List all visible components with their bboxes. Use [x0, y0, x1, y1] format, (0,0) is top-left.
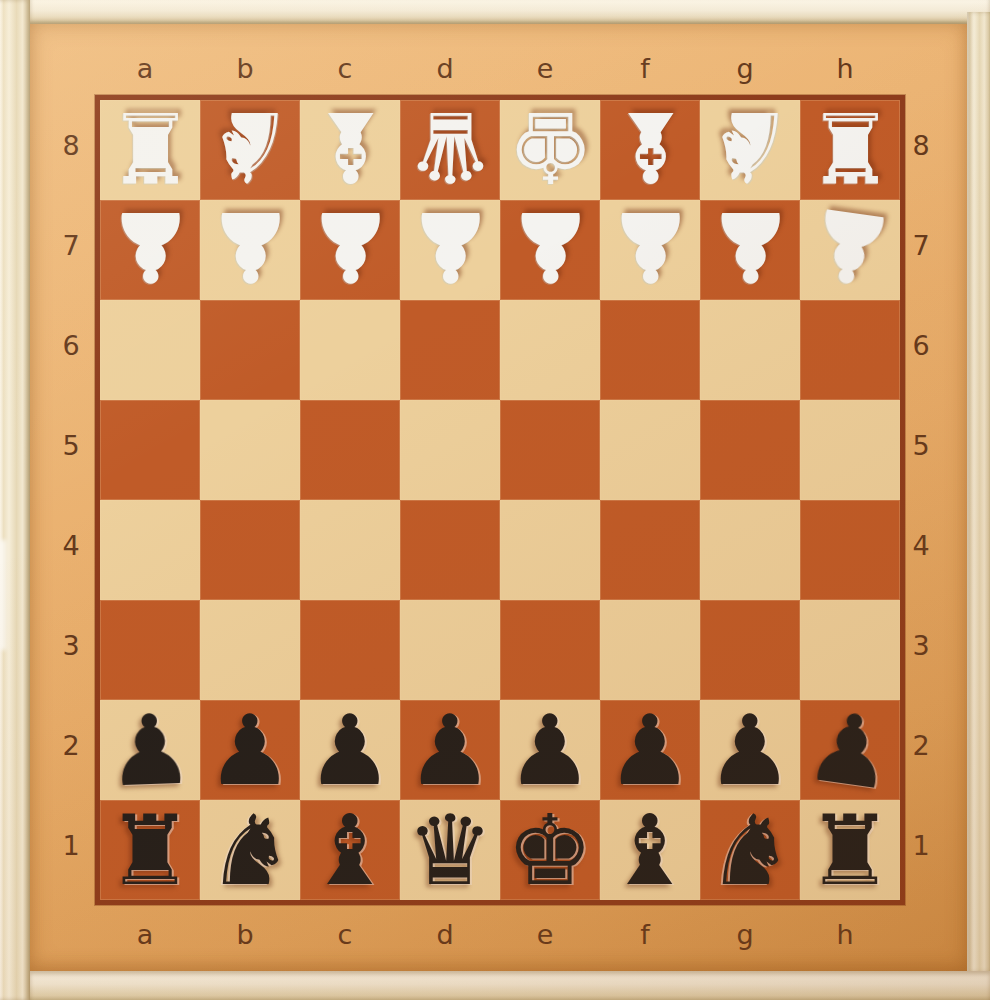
square-b7[interactable]: ♟ [200, 200, 300, 300]
white-pawn[interactable]: ♟ [707, 196, 794, 296]
square-e4[interactable] [500, 500, 600, 600]
square-e5[interactable] [500, 400, 600, 500]
square-c1[interactable]: ♝ [300, 800, 400, 900]
square-b1[interactable]: ♞ [200, 800, 300, 900]
black-pawn[interactable]: ♟ [800, 695, 900, 806]
black-pawn[interactable]: ♟ [507, 701, 594, 801]
white-pawn[interactable]: ♟ [307, 196, 394, 296]
files-label-a: a [95, 44, 195, 92]
white-rook[interactable]: ♜ [107, 96, 194, 196]
square-g3[interactable] [700, 600, 800, 700]
square-g5[interactable] [700, 400, 800, 500]
ranks_top_to_bottom-label-2: 2 [48, 695, 94, 795]
square-f8[interactable]: ♝ [600, 100, 700, 200]
white-pawn[interactable]: ♟ [507, 196, 594, 296]
files-label-d: d [395, 910, 495, 958]
white-pawn[interactable]: ♟ [407, 196, 494, 296]
rank-labels-right: 87654321 [898, 95, 944, 895]
square-a4[interactable] [100, 500, 200, 600]
black-queen[interactable]: ♛ [407, 801, 494, 901]
square-d4[interactable] [400, 500, 500, 600]
ranks_top_to_bottom-label-6: 6 [898, 295, 944, 395]
square-f4[interactable] [600, 500, 700, 600]
square-d5[interactable] [400, 400, 500, 500]
square-a5[interactable] [100, 400, 200, 500]
square-b3[interactable] [200, 600, 300, 700]
square-f1[interactable]: ♝ [600, 800, 700, 900]
black-pawn[interactable]: ♟ [307, 701, 394, 801]
square-c6[interactable] [300, 300, 400, 400]
black-knight[interactable]: ♞ [707, 801, 794, 901]
files-label-d: d [395, 44, 495, 92]
white-knight[interactable]: ♞ [707, 96, 794, 196]
square-f3[interactable] [600, 600, 700, 700]
ranks_top_to_bottom-label-4: 4 [48, 495, 94, 595]
ranks_top_to_bottom-label-3: 3 [48, 595, 94, 695]
square-f5[interactable] [600, 400, 700, 500]
white-bishop[interactable]: ♝ [307, 96, 394, 196]
white-bishop[interactable]: ♝ [607, 96, 694, 196]
white-pawn[interactable]: ♟ [607, 196, 694, 296]
square-a6[interactable] [100, 300, 200, 400]
white-rook[interactable]: ♜ [807, 96, 894, 196]
ranks_top_to_bottom-label-3: 3 [898, 595, 944, 695]
files-label-g: g [695, 44, 795, 92]
square-e8[interactable]: ♚ [500, 100, 600, 200]
square-a3[interactable] [100, 600, 200, 700]
ranks_top_to_bottom-label-8: 8 [898, 95, 944, 195]
square-b5[interactable] [200, 400, 300, 500]
files-label-c: c [295, 44, 395, 92]
files-label-h: h [795, 910, 895, 958]
chess-board-grid: ♜♞♝♛♚♝♞♜♟♟♟♟♟♟♟♟♟♟♟♟♟♟♟♟♜♞♝♛♚♝♞♜ [95, 95, 905, 905]
square-e2[interactable]: ♟ [500, 700, 600, 800]
ranks_top_to_bottom-label-1: 1 [898, 795, 944, 895]
square-d2[interactable]: ♟ [400, 700, 500, 800]
ranks_top_to_bottom-label-5: 5 [48, 395, 94, 495]
ranks_top_to_bottom-label-7: 7 [48, 195, 94, 295]
white-pawn[interactable]: ♟ [800, 190, 900, 301]
square-b6[interactable] [200, 300, 300, 400]
ranks_top_to_bottom-label-1: 1 [48, 795, 94, 895]
square-g7[interactable]: ♟ [700, 200, 800, 300]
square-c5[interactable] [300, 400, 400, 500]
square-g2[interactable]: ♟ [700, 700, 800, 800]
black-pawn[interactable]: ♟ [207, 701, 294, 801]
square-a7[interactable]: ♟ [100, 200, 200, 300]
files-label-h: h [795, 44, 895, 92]
square-c3[interactable] [300, 600, 400, 700]
white-pawn[interactable]: ♟ [207, 196, 294, 296]
square-d8[interactable]: ♛ [400, 100, 500, 200]
wood-frame-left [0, 0, 30, 1000]
file-labels-top: abcdefgh [95, 44, 895, 92]
black-pawn[interactable]: ♟ [407, 701, 494, 801]
black-pawn[interactable]: ♟ [607, 701, 694, 801]
ranks_top_to_bottom-label-8: 8 [48, 95, 94, 195]
square-h7[interactable]: ♟ [800, 200, 900, 300]
ranks_top_to_bottom-label-7: 7 [898, 195, 944, 295]
square-h6[interactable] [800, 300, 900, 400]
wood-frame-right [967, 12, 990, 972]
square-e7[interactable]: ♟ [500, 200, 600, 300]
square-g1[interactable]: ♞ [700, 800, 800, 900]
rank-labels-left: 87654321 [48, 95, 94, 895]
files-label-e: e [495, 910, 595, 958]
wood-frame-top [30, 0, 990, 24]
black-bishop[interactable]: ♝ [607, 801, 694, 901]
square-d7[interactable]: ♟ [400, 200, 500, 300]
square-g4[interactable] [700, 500, 800, 600]
ranks_top_to_bottom-label-6: 6 [48, 295, 94, 395]
square-e3[interactable] [500, 600, 600, 700]
black-pawn[interactable]: ♟ [105, 700, 195, 803]
square-c4[interactable] [300, 500, 400, 600]
black-rook[interactable]: ♜ [107, 801, 194, 901]
square-a2[interactable]: ♟ [100, 700, 200, 800]
square-e1[interactable]: ♚ [500, 800, 600, 900]
black-rook[interactable]: ♜ [807, 801, 894, 901]
square-b2[interactable]: ♟ [200, 700, 300, 800]
square-e6[interactable] [500, 300, 600, 400]
square-h4[interactable] [800, 500, 900, 600]
square-g8[interactable]: ♞ [700, 100, 800, 200]
square-d6[interactable] [400, 300, 500, 400]
files-label-b: b [195, 910, 295, 958]
square-c8[interactable]: ♝ [300, 100, 400, 200]
black-pawn[interactable]: ♟ [707, 701, 794, 801]
files-label-c: c [295, 910, 395, 958]
files-label-f: f [595, 44, 695, 92]
files-label-e: e [495, 44, 595, 92]
square-h2[interactable]: ♟ [800, 700, 900, 800]
ranks_top_to_bottom-label-5: 5 [898, 395, 944, 495]
square-c7[interactable]: ♟ [300, 200, 400, 300]
square-b8[interactable]: ♞ [200, 100, 300, 200]
square-a1[interactable]: ♜ [100, 800, 200, 900]
black-king[interactable]: ♚ [507, 801, 594, 901]
white-pawn[interactable]: ♟ [107, 196, 194, 296]
square-d3[interactable] [400, 600, 500, 700]
square-h5[interactable] [800, 400, 900, 500]
file-labels-bottom: abcdefgh [95, 910, 895, 958]
white-king[interactable]: ♚ [507, 96, 594, 196]
square-b4[interactable] [200, 500, 300, 600]
files-label-a: a [95, 910, 195, 958]
square-d1[interactable]: ♛ [400, 800, 500, 900]
square-c2[interactable]: ♟ [300, 700, 400, 800]
files-label-g: g [695, 910, 795, 958]
files-label-b: b [195, 44, 295, 92]
ranks_top_to_bottom-label-4: 4 [898, 495, 944, 595]
square-g6[interactable] [700, 300, 800, 400]
square-f7[interactable]: ♟ [600, 200, 700, 300]
ranks_top_to_bottom-label-2: 2 [898, 695, 944, 795]
black-knight[interactable]: ♞ [207, 801, 294, 901]
white-queen[interactable]: ♛ [407, 96, 494, 196]
square-h3[interactable] [800, 600, 900, 700]
square-a8[interactable]: ♜ [100, 100, 200, 200]
wood-frame-bottom [30, 971, 990, 1000]
square-h1[interactable]: ♜ [800, 800, 900, 900]
white-knight[interactable]: ♞ [207, 96, 294, 196]
square-f6[interactable] [600, 300, 700, 400]
files-label-f: f [595, 910, 695, 958]
square-f2[interactable]: ♟ [600, 700, 700, 800]
black-bishop[interactable]: ♝ [307, 801, 394, 901]
